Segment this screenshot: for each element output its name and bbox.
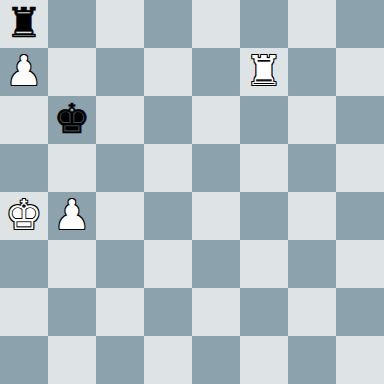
- square-c8[interactable]: [96, 0, 144, 48]
- square-h2[interactable]: [336, 288, 384, 336]
- square-c3[interactable]: [96, 240, 144, 288]
- square-a1[interactable]: [0, 336, 48, 384]
- square-g6[interactable]: [288, 96, 336, 144]
- square-d3[interactable]: [144, 240, 192, 288]
- square-f8[interactable]: [240, 0, 288, 48]
- square-d6[interactable]: [144, 96, 192, 144]
- square-d7[interactable]: [144, 48, 192, 96]
- square-d4[interactable]: [144, 192, 192, 240]
- square-f4[interactable]: [240, 192, 288, 240]
- square-c4[interactable]: [96, 192, 144, 240]
- square-e3[interactable]: [192, 240, 240, 288]
- square-g5[interactable]: [288, 144, 336, 192]
- square-d2[interactable]: [144, 288, 192, 336]
- square-h7[interactable]: [336, 48, 384, 96]
- black-king[interactable]: ♚: [48, 95, 96, 143]
- square-b6[interactable]: ♚: [48, 96, 96, 144]
- square-e8[interactable]: [192, 0, 240, 48]
- square-a3[interactable]: [0, 240, 48, 288]
- square-h5[interactable]: [336, 144, 384, 192]
- square-d1[interactable]: [144, 336, 192, 384]
- square-c2[interactable]: [96, 288, 144, 336]
- square-e7[interactable]: [192, 48, 240, 96]
- square-h4[interactable]: [336, 192, 384, 240]
- square-f2[interactable]: [240, 288, 288, 336]
- black-rook[interactable]: ♜: [0, 0, 48, 47]
- square-g2[interactable]: [288, 288, 336, 336]
- square-c1[interactable]: [96, 336, 144, 384]
- square-b8[interactable]: [48, 0, 96, 48]
- square-g8[interactable]: [288, 0, 336, 48]
- square-d8[interactable]: [144, 0, 192, 48]
- square-f6[interactable]: [240, 96, 288, 144]
- square-b7[interactable]: [48, 48, 96, 96]
- square-g4[interactable]: [288, 192, 336, 240]
- square-a8[interactable]: ♜: [0, 0, 48, 48]
- square-f1[interactable]: [240, 336, 288, 384]
- square-c5[interactable]: [96, 144, 144, 192]
- square-a6[interactable]: [0, 96, 48, 144]
- square-b5[interactable]: [48, 144, 96, 192]
- square-g7[interactable]: [288, 48, 336, 96]
- square-b1[interactable]: [48, 336, 96, 384]
- square-f5[interactable]: [240, 144, 288, 192]
- white-pawn[interactable]: ♟: [0, 47, 48, 95]
- square-e6[interactable]: [192, 96, 240, 144]
- square-e4[interactable]: [192, 192, 240, 240]
- square-a4[interactable]: ♚: [0, 192, 48, 240]
- square-g3[interactable]: [288, 240, 336, 288]
- square-b4[interactable]: ♟: [48, 192, 96, 240]
- square-d5[interactable]: [144, 144, 192, 192]
- square-a7[interactable]: ♟: [0, 48, 48, 96]
- square-e2[interactable]: [192, 288, 240, 336]
- square-a5[interactable]: [0, 144, 48, 192]
- square-b2[interactable]: [48, 288, 96, 336]
- square-f3[interactable]: [240, 240, 288, 288]
- square-c6[interactable]: [96, 96, 144, 144]
- square-h3[interactable]: [336, 240, 384, 288]
- square-h6[interactable]: [336, 96, 384, 144]
- square-e5[interactable]: [192, 144, 240, 192]
- white-king[interactable]: ♚: [0, 191, 48, 239]
- white-rook[interactable]: ♜: [240, 47, 288, 95]
- square-c7[interactable]: [96, 48, 144, 96]
- square-h8[interactable]: [336, 0, 384, 48]
- chess-board: ♜♟♜♚♚♟: [0, 0, 384, 384]
- square-a2[interactable]: [0, 288, 48, 336]
- square-b3[interactable]: [48, 240, 96, 288]
- square-e1[interactable]: [192, 336, 240, 384]
- square-h1[interactable]: [336, 336, 384, 384]
- white-pawn[interactable]: ♟: [48, 191, 96, 239]
- square-g1[interactable]: [288, 336, 336, 384]
- square-f7[interactable]: ♜: [240, 48, 288, 96]
